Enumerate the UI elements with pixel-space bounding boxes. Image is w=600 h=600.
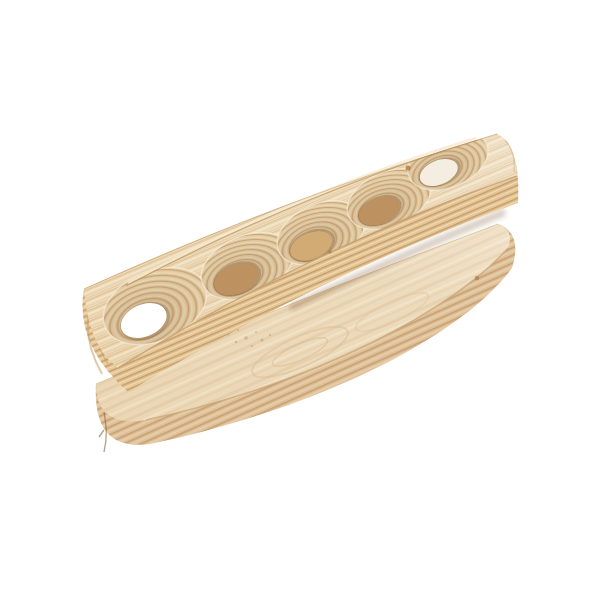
wooden-board-photo <box>0 0 600 600</box>
base-board-knot <box>475 276 479 280</box>
product-photo-stage <box>0 0 600 600</box>
